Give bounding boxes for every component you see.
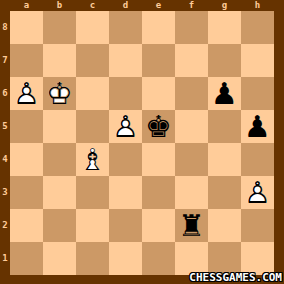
square-b1[interactable]: [43, 242, 76, 275]
file-label-h: h: [241, 0, 274, 11]
file-label-b: b: [43, 0, 76, 11]
rank-label-2: 2: [0, 209, 10, 242]
square-d8[interactable]: [109, 11, 142, 44]
square-h7[interactable]: [241, 44, 274, 77]
file-label-d: d: [109, 0, 142, 11]
square-a3[interactable]: [10, 176, 43, 209]
rank-label-8: 8: [0, 11, 10, 44]
white-king-outline-icon: ♔: [46, 77, 73, 110]
rank-label-4: 4: [0, 143, 10, 176]
piece-white-pawn[interactable]: ♟♙: [10, 77, 43, 110]
file-labels: abcdefgh: [10, 0, 274, 11]
black-pawn-icon: ♟: [211, 77, 238, 110]
piece-white-king[interactable]: ♚♔: [43, 77, 76, 110]
piece-black-rook[interactable]: ♜: [175, 209, 208, 242]
square-h6[interactable]: [241, 77, 274, 110]
square-c4[interactable]: ♝♗: [76, 143, 109, 176]
square-a7[interactable]: [10, 44, 43, 77]
square-h2[interactable]: [241, 209, 274, 242]
black-rook-icon: ♜: [178, 209, 205, 242]
square-a1[interactable]: [10, 242, 43, 275]
white-bishop-outline-icon: ♗: [79, 143, 106, 176]
square-f5[interactable]: [175, 110, 208, 143]
white-pawn-outline-icon: ♙: [244, 176, 271, 209]
file-label-e: e: [142, 0, 175, 11]
square-c3[interactable]: [76, 176, 109, 209]
square-a4[interactable]: [10, 143, 43, 176]
square-f2[interactable]: ♜: [175, 209, 208, 242]
chess-diagram: abcdefgh 87654321 ♟♙♚♔♟♟♙♚♟♝♗♟♙♜ CHESSGA…: [0, 0, 284, 284]
square-h5[interactable]: ♟: [241, 110, 274, 143]
square-a6[interactable]: ♟♙: [10, 77, 43, 110]
square-e5[interactable]: ♚: [142, 110, 175, 143]
square-h8[interactable]: [241, 11, 274, 44]
square-g8[interactable]: [208, 11, 241, 44]
rank-label-7: 7: [0, 44, 10, 77]
piece-black-pawn[interactable]: ♟: [208, 77, 241, 110]
square-g6[interactable]: ♟: [208, 77, 241, 110]
square-c7[interactable]: [76, 44, 109, 77]
square-f4[interactable]: [175, 143, 208, 176]
square-g3[interactable]: [208, 176, 241, 209]
piece-white-bishop[interactable]: ♝♗: [76, 143, 109, 176]
square-f8[interactable]: [175, 11, 208, 44]
square-c2[interactable]: [76, 209, 109, 242]
square-b3[interactable]: [43, 176, 76, 209]
file-label-c: c: [76, 0, 109, 11]
square-f7[interactable]: [175, 44, 208, 77]
white-pawn-outline-icon: ♙: [112, 110, 139, 143]
square-g5[interactable]: [208, 110, 241, 143]
square-d5[interactable]: ♟♙: [109, 110, 142, 143]
square-g2[interactable]: [208, 209, 241, 242]
rank-labels: 87654321: [0, 11, 10, 275]
black-pawn-icon: ♟: [244, 110, 271, 143]
square-d3[interactable]: [109, 176, 142, 209]
square-d2[interactable]: [109, 209, 142, 242]
rank-label-5: 5: [0, 110, 10, 143]
square-e4[interactable]: [142, 143, 175, 176]
black-king-icon: ♚: [145, 110, 172, 143]
file-label-f: f: [175, 0, 208, 11]
square-d1[interactable]: [109, 242, 142, 275]
square-e1[interactable]: [142, 242, 175, 275]
square-e2[interactable]: [142, 209, 175, 242]
square-e3[interactable]: [142, 176, 175, 209]
square-e6[interactable]: [142, 77, 175, 110]
square-c1[interactable]: [76, 242, 109, 275]
white-pawn-outline-icon: ♙: [13, 77, 40, 110]
square-c5[interactable]: [76, 110, 109, 143]
square-d7[interactable]: [109, 44, 142, 77]
square-h4[interactable]: [241, 143, 274, 176]
square-f3[interactable]: [175, 176, 208, 209]
square-b8[interactable]: [43, 11, 76, 44]
rank-label-1: 1: [0, 242, 10, 275]
square-b6[interactable]: ♚♔: [43, 77, 76, 110]
board: ♟♙♚♔♟♟♙♚♟♝♗♟♙♜: [10, 11, 274, 275]
square-a5[interactable]: [10, 110, 43, 143]
file-label-g: g: [208, 0, 241, 11]
site-watermark: CHESSGAMES.COM: [189, 271, 282, 284]
square-b4[interactable]: [43, 143, 76, 176]
square-d6[interactable]: [109, 77, 142, 110]
square-a8[interactable]: [10, 11, 43, 44]
square-c6[interactable]: [76, 77, 109, 110]
square-g7[interactable]: [208, 44, 241, 77]
square-e8[interactable]: [142, 11, 175, 44]
square-b7[interactable]: [43, 44, 76, 77]
square-d4[interactable]: [109, 143, 142, 176]
square-f6[interactable]: [175, 77, 208, 110]
piece-white-pawn[interactable]: ♟♙: [109, 110, 142, 143]
piece-black-pawn[interactable]: ♟: [241, 110, 274, 143]
square-e7[interactable]: [142, 44, 175, 77]
file-label-a: a: [10, 0, 43, 11]
piece-white-pawn[interactable]: ♟♙: [241, 176, 274, 209]
rank-label-6: 6: [0, 77, 10, 110]
rank-label-3: 3: [0, 176, 10, 209]
square-a2[interactable]: [10, 209, 43, 242]
square-h3[interactable]: ♟♙: [241, 176, 274, 209]
square-c8[interactable]: [76, 11, 109, 44]
square-b2[interactable]: [43, 209, 76, 242]
piece-black-king[interactable]: ♚: [142, 110, 175, 143]
square-g4[interactable]: [208, 143, 241, 176]
square-b5[interactable]: [43, 110, 76, 143]
